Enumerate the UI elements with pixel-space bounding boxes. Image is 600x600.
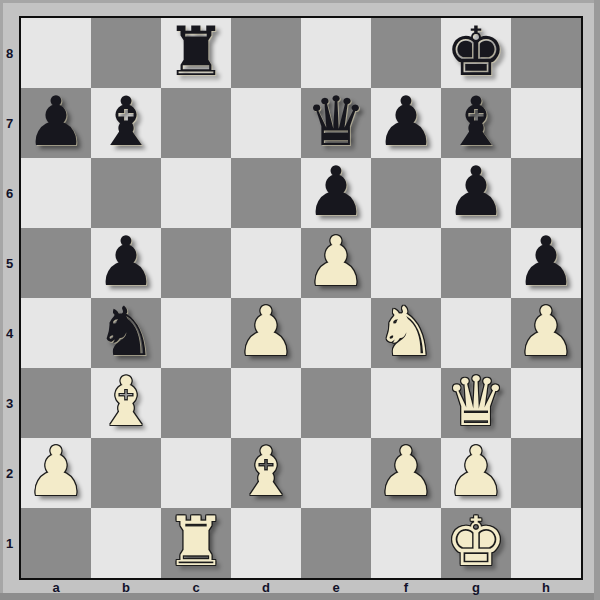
square-a1[interactable] xyxy=(21,508,91,578)
rank-label-4: 4 xyxy=(0,298,19,368)
square-f5[interactable] xyxy=(371,228,441,298)
piece-white-pawn[interactable]: ♟ xyxy=(231,298,301,368)
piece-white-bishop[interactable]: ♝ xyxy=(91,368,161,438)
piece-black-bishop[interactable]: ♝ xyxy=(91,88,161,158)
piece-black-knight[interactable]: ♞ xyxy=(91,298,161,368)
piece-white-pawn[interactable]: ♟ xyxy=(301,228,371,298)
square-f3[interactable] xyxy=(371,368,441,438)
square-g8[interactable]: ♚ xyxy=(441,18,511,88)
piece-black-pawn[interactable]: ♟ xyxy=(371,88,441,158)
square-d6[interactable] xyxy=(231,158,301,228)
square-g4[interactable] xyxy=(441,298,511,368)
piece-white-pawn[interactable]: ♟ xyxy=(21,438,91,508)
piece-black-pawn[interactable]: ♟ xyxy=(301,158,371,228)
file-label-f: f xyxy=(371,580,441,594)
file-labels: abcdefgh xyxy=(21,580,581,594)
square-b8[interactable] xyxy=(91,18,161,88)
chess-board[interactable]: ♜♚♟♝♛♟♝♟♟♟♟♟♞♟♞♟♝♛♟♝♟♟♜♚ xyxy=(21,18,581,578)
piece-black-pawn[interactable]: ♟ xyxy=(441,158,511,228)
square-c2[interactable] xyxy=(161,438,231,508)
file-label-e: e xyxy=(301,580,371,594)
square-h6[interactable] xyxy=(511,158,581,228)
square-e5[interactable]: ♟ xyxy=(301,228,371,298)
rank-label-6: 6 xyxy=(0,158,19,228)
piece-white-pawn[interactable]: ♟ xyxy=(441,438,511,508)
square-d4[interactable]: ♟ xyxy=(231,298,301,368)
rank-labels: 87654321 xyxy=(0,18,19,578)
frame-bevel-top xyxy=(0,0,600,3)
rank-label-7: 7 xyxy=(0,88,19,158)
square-g1[interactable]: ♚ xyxy=(441,508,511,578)
square-d3[interactable] xyxy=(231,368,301,438)
rank-label-3: 3 xyxy=(0,368,19,438)
file-label-h: h xyxy=(511,580,581,594)
square-e8[interactable] xyxy=(301,18,371,88)
square-g2[interactable]: ♟ xyxy=(441,438,511,508)
square-h7[interactable] xyxy=(511,88,581,158)
piece-black-rook[interactable]: ♜ xyxy=(161,18,231,88)
square-d2[interactable]: ♝ xyxy=(231,438,301,508)
piece-black-king[interactable]: ♚ xyxy=(441,18,511,88)
square-d1[interactable] xyxy=(231,508,301,578)
square-h5[interactable]: ♟ xyxy=(511,228,581,298)
square-h1[interactable] xyxy=(511,508,581,578)
square-e4[interactable] xyxy=(301,298,371,368)
piece-white-pawn[interactable]: ♟ xyxy=(371,438,441,508)
square-f8[interactable] xyxy=(371,18,441,88)
square-c7[interactable] xyxy=(161,88,231,158)
file-label-b: b xyxy=(91,580,161,594)
piece-black-pawn[interactable]: ♟ xyxy=(91,228,161,298)
square-e6[interactable]: ♟ xyxy=(301,158,371,228)
square-g6[interactable]: ♟ xyxy=(441,158,511,228)
square-e3[interactable] xyxy=(301,368,371,438)
piece-white-queen[interactable]: ♛ xyxy=(441,368,511,438)
piece-white-bishop[interactable]: ♝ xyxy=(231,438,301,508)
square-f6[interactable] xyxy=(371,158,441,228)
square-h2[interactable] xyxy=(511,438,581,508)
square-g7[interactable]: ♝ xyxy=(441,88,511,158)
square-c1[interactable]: ♜ xyxy=(161,508,231,578)
square-f1[interactable] xyxy=(371,508,441,578)
square-h8[interactable] xyxy=(511,18,581,88)
square-a5[interactable] xyxy=(21,228,91,298)
piece-white-king[interactable]: ♚ xyxy=(441,508,511,578)
square-b1[interactable] xyxy=(91,508,161,578)
square-e2[interactable] xyxy=(301,438,371,508)
frame-bevel-right xyxy=(594,0,600,600)
square-b4[interactable]: ♞ xyxy=(91,298,161,368)
file-label-a: a xyxy=(21,580,91,594)
square-d7[interactable] xyxy=(231,88,301,158)
square-b5[interactable]: ♟ xyxy=(91,228,161,298)
piece-black-pawn[interactable]: ♟ xyxy=(511,228,581,298)
square-e1[interactable] xyxy=(301,508,371,578)
rank-label-5: 5 xyxy=(0,228,19,298)
square-g5[interactable] xyxy=(441,228,511,298)
piece-white-pawn[interactable]: ♟ xyxy=(511,298,581,368)
piece-white-knight[interactable]: ♞ xyxy=(371,298,441,368)
square-h3[interactable] xyxy=(511,368,581,438)
square-c8[interactable]: ♜ xyxy=(161,18,231,88)
square-d8[interactable] xyxy=(231,18,301,88)
square-c3[interactable] xyxy=(161,368,231,438)
rank-label-1: 1 xyxy=(0,508,19,578)
square-f2[interactable]: ♟ xyxy=(371,438,441,508)
square-a3[interactable] xyxy=(21,368,91,438)
square-b3[interactable]: ♝ xyxy=(91,368,161,438)
square-c4[interactable] xyxy=(161,298,231,368)
frame-bevel-bottom xyxy=(0,593,600,600)
file-label-c: c xyxy=(161,580,231,594)
diagram-frame: 87654321 ♜♚♟♝♛♟♝♟♟♟♟♟♞♟♞♟♝♛♟♝♟♟♜♚ abcdef… xyxy=(0,0,600,600)
piece-black-pawn[interactable]: ♟ xyxy=(21,88,91,158)
file-label-d: d xyxy=(231,580,301,594)
square-a6[interactable] xyxy=(21,158,91,228)
piece-black-queen[interactable]: ♛ xyxy=(301,88,371,158)
rank-label-8: 8 xyxy=(0,18,19,88)
piece-black-bishop[interactable]: ♝ xyxy=(441,88,511,158)
square-f7[interactable]: ♟ xyxy=(371,88,441,158)
square-a2[interactable]: ♟ xyxy=(21,438,91,508)
board-outline: ♜♚♟♝♛♟♝♟♟♟♟♟♞♟♞♟♝♛♟♝♟♟♜♚ xyxy=(19,16,583,580)
square-a7[interactable]: ♟ xyxy=(21,88,91,158)
piece-white-rook[interactable]: ♜ xyxy=(161,508,231,578)
square-a8[interactable] xyxy=(21,18,91,88)
square-f4[interactable]: ♞ xyxy=(371,298,441,368)
square-c6[interactable] xyxy=(161,158,231,228)
square-e7[interactable]: ♛ xyxy=(301,88,371,158)
square-c5[interactable] xyxy=(161,228,231,298)
square-a4[interactable] xyxy=(21,298,91,368)
file-label-g: g xyxy=(441,580,511,594)
square-b6[interactable] xyxy=(91,158,161,228)
rank-label-2: 2 xyxy=(0,438,19,508)
square-b7[interactable]: ♝ xyxy=(91,88,161,158)
square-h4[interactable]: ♟ xyxy=(511,298,581,368)
square-b2[interactable] xyxy=(91,438,161,508)
square-g3[interactable]: ♛ xyxy=(441,368,511,438)
square-d5[interactable] xyxy=(231,228,301,298)
